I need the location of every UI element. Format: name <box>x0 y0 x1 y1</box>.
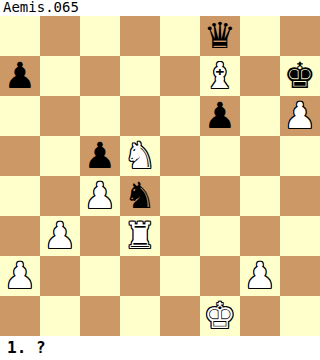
square-e4[interactable] <box>160 176 200 216</box>
square-c4[interactable]: ♟ <box>80 176 120 216</box>
square-e7[interactable] <box>160 56 200 96</box>
square-d1[interactable] <box>120 296 160 336</box>
square-e2[interactable] <box>160 256 200 296</box>
square-a1[interactable] <box>0 296 40 336</box>
square-b7[interactable] <box>40 56 80 96</box>
white-knight: ♞ <box>124 138 156 174</box>
square-b1[interactable] <box>40 296 80 336</box>
square-d5[interactable]: ♞ <box>120 136 160 176</box>
square-f6[interactable]: ♟ <box>200 96 240 136</box>
square-g6[interactable] <box>240 96 280 136</box>
square-e6[interactable] <box>160 96 200 136</box>
puzzle-title: Aemis.065 <box>0 0 320 16</box>
white-pawn: ♟ <box>4 258 36 294</box>
square-e5[interactable] <box>160 136 200 176</box>
chess-board: ♛♟♝♚♟♟♟♞♟♞♟♜♟♟♚ <box>0 16 320 336</box>
square-c5[interactable]: ♟ <box>80 136 120 176</box>
square-f5[interactable] <box>200 136 240 176</box>
square-c3[interactable] <box>80 216 120 256</box>
square-c2[interactable] <box>80 256 120 296</box>
move-prompt: 1. ? <box>0 336 320 360</box>
square-g5[interactable] <box>240 136 280 176</box>
square-g4[interactable] <box>240 176 280 216</box>
square-a8[interactable] <box>0 16 40 56</box>
square-c7[interactable] <box>80 56 120 96</box>
square-a3[interactable] <box>0 216 40 256</box>
white-rook: ♜ <box>124 218 156 254</box>
square-c1[interactable] <box>80 296 120 336</box>
square-c6[interactable] <box>80 96 120 136</box>
white-pawn: ♟ <box>84 178 116 214</box>
square-f3[interactable] <box>200 216 240 256</box>
square-d3[interactable]: ♜ <box>120 216 160 256</box>
white-pawn: ♟ <box>284 98 316 134</box>
square-e1[interactable] <box>160 296 200 336</box>
square-e8[interactable] <box>160 16 200 56</box>
square-f4[interactable] <box>200 176 240 216</box>
white-pawn: ♟ <box>44 218 76 254</box>
white-pawn: ♟ <box>244 258 276 294</box>
square-h6[interactable]: ♟ <box>280 96 320 136</box>
white-king: ♚ <box>204 298 236 334</box>
square-g3[interactable] <box>240 216 280 256</box>
square-g1[interactable] <box>240 296 280 336</box>
square-h4[interactable] <box>280 176 320 216</box>
square-d2[interactable] <box>120 256 160 296</box>
square-g7[interactable] <box>240 56 280 96</box>
square-b5[interactable] <box>40 136 80 176</box>
square-f7[interactable]: ♝ <box>200 56 240 96</box>
square-d6[interactable] <box>120 96 160 136</box>
black-pawn: ♟ <box>204 98 236 134</box>
square-f1[interactable]: ♚ <box>200 296 240 336</box>
square-g2[interactable]: ♟ <box>240 256 280 296</box>
square-a2[interactable]: ♟ <box>0 256 40 296</box>
square-b8[interactable] <box>40 16 80 56</box>
square-h1[interactable] <box>280 296 320 336</box>
square-f2[interactable] <box>200 256 240 296</box>
square-d7[interactable] <box>120 56 160 96</box>
square-c8[interactable] <box>80 16 120 56</box>
square-h2[interactable] <box>280 256 320 296</box>
square-h5[interactable] <box>280 136 320 176</box>
black-king: ♚ <box>284 58 316 94</box>
square-b3[interactable]: ♟ <box>40 216 80 256</box>
square-a6[interactable] <box>0 96 40 136</box>
square-g8[interactable] <box>240 16 280 56</box>
square-a5[interactable] <box>0 136 40 176</box>
black-knight: ♞ <box>124 178 156 214</box>
square-b6[interactable] <box>40 96 80 136</box>
square-e3[interactable] <box>160 216 200 256</box>
black-pawn: ♟ <box>84 138 116 174</box>
black-queen: ♛ <box>204 18 236 54</box>
black-pawn: ♟ <box>4 58 36 94</box>
square-b2[interactable] <box>40 256 80 296</box>
square-a7[interactable]: ♟ <box>0 56 40 96</box>
square-d4[interactable]: ♞ <box>120 176 160 216</box>
square-a4[interactable] <box>0 176 40 216</box>
square-h7[interactable]: ♚ <box>280 56 320 96</box>
square-f8[interactable]: ♛ <box>200 16 240 56</box>
white-bishop: ♝ <box>204 58 236 94</box>
square-b4[interactable] <box>40 176 80 216</box>
square-h8[interactable] <box>280 16 320 56</box>
square-h3[interactable] <box>280 216 320 256</box>
square-d8[interactable] <box>120 16 160 56</box>
